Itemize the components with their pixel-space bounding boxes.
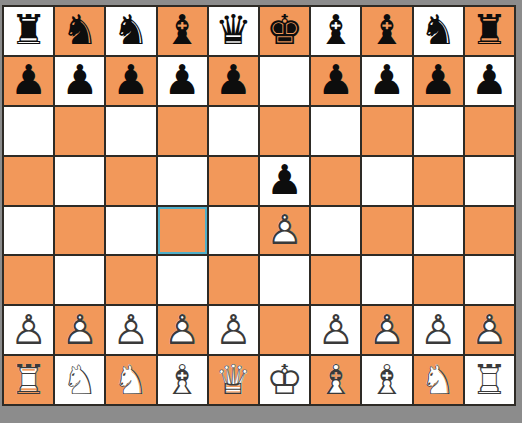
piece-white-bishop-outline: ♗ [362,356,411,404]
square-b7[interactable]: ♟ [55,57,104,105]
square-j5[interactable] [465,157,514,205]
square-g1[interactable]: ♝♗ [311,356,360,404]
piece-black-pawn: ♟ [260,157,309,205]
square-i3[interactable] [414,256,463,304]
piece-white-pawn-outline: ♙ [106,306,155,354]
square-i7[interactable]: ♟ [414,57,463,105]
square-g3[interactable] [311,256,360,304]
square-g8[interactable]: ♝ [311,7,360,55]
piece-white-rook: ♜♖ [4,356,53,404]
piece-black-rook-glyph: ♜ [471,10,508,51]
square-g2[interactable]: ♟♙ [311,306,360,354]
square-h5[interactable] [362,157,411,205]
piece-black-pawn-glyph: ♟ [317,60,354,101]
square-f4[interactable]: ♟♙ [260,207,309,255]
square-d2[interactable]: ♟♙ [158,306,207,354]
chess-board: ♜♞♞♝♛♚♝♝♞♜♟♟♟♟♟♟♟♟♟♟♟♙♟♙♟♙♟♙♟♙♟♙♟♙♟♙♟♙♟♙… [2,5,516,406]
square-j8[interactable]: ♜ [465,7,514,55]
square-i5[interactable] [414,157,463,205]
piece-white-bishop: ♝♗ [311,356,360,404]
piece-white-pawn: ♟♙ [209,306,258,354]
square-e1[interactable]: ♛♕ [209,356,258,404]
piece-black-bishop-glyph: ♝ [164,10,201,51]
piece-white-bishop-outline: ♗ [158,356,207,404]
square-e8[interactable]: ♛ [209,7,258,55]
piece-white-rook-outline: ♖ [4,356,53,404]
square-j6[interactable] [465,107,514,155]
square-g6[interactable] [311,107,360,155]
piece-black-rook: ♜ [4,7,53,55]
square-c1[interactable]: ♞♘ [106,356,155,404]
square-f7[interactable] [260,57,309,105]
board-frame: ♜♞♞♝♛♚♝♝♞♜♟♟♟♟♟♟♟♟♟♟♟♙♟♙♟♙♟♙♟♙♟♙♟♙♟♙♟♙♟♙… [0,0,522,423]
square-c5[interactable] [106,157,155,205]
square-i2[interactable]: ♟♙ [414,306,463,354]
square-e7[interactable]: ♟ [209,57,258,105]
square-b8[interactable]: ♞ [55,7,104,55]
piece-black-bishop: ♝ [362,7,411,55]
piece-black-pawn: ♟ [311,57,360,105]
piece-black-pawn-glyph: ♟ [215,60,252,101]
piece-black-bishop-glyph: ♝ [369,10,406,51]
piece-white-king-outline: ♔ [260,356,309,404]
piece-black-rook-glyph: ♜ [10,10,47,51]
piece-black-queen: ♛ [209,7,258,55]
piece-white-knight-outline: ♘ [414,356,463,404]
piece-white-knight-outline: ♘ [106,356,155,404]
piece-white-pawn: ♟♙ [311,306,360,354]
piece-white-pawn-outline: ♙ [362,306,411,354]
square-b4[interactable] [55,207,104,255]
square-a7[interactable]: ♟ [4,57,53,105]
square-a2[interactable]: ♟♙ [4,306,53,354]
piece-white-pawn-outline: ♙ [414,306,463,354]
square-d6[interactable] [158,107,207,155]
square-h7[interactable]: ♟ [362,57,411,105]
square-c8[interactable]: ♞ [106,7,155,55]
square-c6[interactable] [106,107,155,155]
piece-white-pawn: ♟♙ [106,306,155,354]
square-c3[interactable] [106,256,155,304]
square-d8[interactable]: ♝ [158,7,207,55]
piece-white-knight: ♞♘ [55,356,104,404]
piece-black-pawn: ♟ [106,57,155,105]
piece-black-pawn-glyph: ♟ [61,60,98,101]
square-d4[interactable] [158,207,207,255]
piece-white-pawn: ♟♙ [55,306,104,354]
piece-black-pawn-glyph: ♟ [266,160,303,201]
piece-white-pawn-outline: ♙ [55,306,104,354]
square-h3[interactable] [362,256,411,304]
square-i4[interactable] [414,207,463,255]
square-h1[interactable]: ♝♗ [362,356,411,404]
square-d5[interactable] [158,157,207,205]
square-e5[interactable] [209,157,258,205]
square-c2[interactable]: ♟♙ [106,306,155,354]
square-c4[interactable] [106,207,155,255]
square-a6[interactable] [4,107,53,155]
piece-white-king: ♚♔ [260,356,309,404]
piece-black-bishop-glyph: ♝ [317,10,354,51]
piece-black-knight-glyph: ♞ [61,10,98,51]
piece-black-bishop: ♝ [158,7,207,55]
square-e6[interactable] [209,107,258,155]
square-j2[interactable]: ♟♙ [465,306,514,354]
piece-black-king: ♚ [260,7,309,55]
square-g5[interactable] [311,157,360,205]
piece-black-pawn: ♟ [414,57,463,105]
square-f6[interactable] [260,107,309,155]
piece-black-pawn: ♟ [158,57,207,105]
square-a1[interactable]: ♜♖ [4,356,53,404]
piece-black-pawn-glyph: ♟ [471,60,508,101]
piece-white-pawn: ♟♙ [260,207,309,255]
square-b2[interactable]: ♟♙ [55,306,104,354]
square-d7[interactable]: ♟ [158,57,207,105]
piece-white-knight-outline: ♘ [55,356,104,404]
piece-black-pawn: ♟ [55,57,104,105]
piece-black-knight: ♞ [414,7,463,55]
piece-black-pawn-glyph: ♟ [164,60,201,101]
square-d1[interactable]: ♝♗ [158,356,207,404]
piece-white-pawn: ♟♙ [362,306,411,354]
square-h4[interactable] [362,207,411,255]
square-f3[interactable] [260,256,309,304]
square-j7[interactable]: ♟ [465,57,514,105]
piece-white-queen-outline: ♕ [209,356,258,404]
piece-black-pawn: ♟ [465,57,514,105]
piece-black-knight-glyph: ♞ [420,10,457,51]
piece-white-bishop: ♝♗ [158,356,207,404]
piece-black-knight: ♞ [106,7,155,55]
piece-black-pawn-glyph: ♟ [369,60,406,101]
square-b6[interactable] [55,107,104,155]
piece-white-pawn-outline: ♙ [260,207,309,255]
piece-black-pawn-glyph: ♟ [420,60,457,101]
square-e2[interactable]: ♟♙ [209,306,258,354]
square-f2[interactable] [260,306,309,354]
piece-black-knight: ♞ [55,7,104,55]
square-a5[interactable] [4,157,53,205]
piece-white-pawn-outline: ♙ [465,306,514,354]
piece-black-king-glyph: ♚ [266,10,303,51]
piece-black-bishop: ♝ [311,7,360,55]
piece-white-pawn: ♟♙ [465,306,514,354]
piece-white-pawn-outline: ♙ [209,306,258,354]
square-i1[interactable]: ♞♘ [414,356,463,404]
square-e4[interactable] [209,207,258,255]
piece-white-queen: ♛♕ [209,356,258,404]
piece-white-bishop-outline: ♗ [311,356,360,404]
square-h6[interactable] [362,107,411,155]
piece-white-bishop: ♝♗ [362,356,411,404]
piece-white-pawn: ♟♙ [158,306,207,354]
square-a3[interactable] [4,256,53,304]
square-e3[interactable] [209,256,258,304]
piece-black-pawn: ♟ [209,57,258,105]
square-h2[interactable]: ♟♙ [362,306,411,354]
square-d3[interactable] [158,256,207,304]
piece-black-rook: ♜ [465,7,514,55]
piece-white-pawn-outline: ♙ [158,306,207,354]
square-a4[interactable] [4,207,53,255]
piece-black-pawn: ♟ [362,57,411,105]
square-b3[interactable] [55,256,104,304]
piece-black-pawn-glyph: ♟ [10,60,47,101]
piece-white-pawn-outline: ♙ [311,306,360,354]
square-i8[interactable]: ♞ [414,7,463,55]
piece-white-pawn: ♟♙ [414,306,463,354]
square-b5[interactable] [55,157,104,205]
piece-black-queen-glyph: ♛ [215,10,252,51]
piece-white-knight: ♞♘ [414,356,463,404]
square-i6[interactable] [414,107,463,155]
piece-white-pawn-outline: ♙ [4,306,53,354]
piece-black-pawn-glyph: ♟ [113,60,150,101]
square-f1[interactable]: ♚♔ [260,356,309,404]
square-j4[interactable] [465,207,514,255]
piece-black-pawn: ♟ [4,57,53,105]
square-a8[interactable]: ♜ [4,7,53,55]
piece-white-knight: ♞♘ [106,356,155,404]
square-j3[interactable] [465,256,514,304]
square-g4[interactable] [311,207,360,255]
square-h8[interactable]: ♝ [362,7,411,55]
piece-white-rook-outline: ♖ [465,356,514,404]
piece-black-knight-glyph: ♞ [113,10,150,51]
piece-white-pawn: ♟♙ [4,306,53,354]
piece-white-rook: ♜♖ [465,356,514,404]
square-f8[interactable]: ♚ [260,7,309,55]
square-j1[interactable]: ♜♖ [465,356,514,404]
square-g7[interactable]: ♟ [311,57,360,105]
square-f5[interactable]: ♟ [260,157,309,205]
square-b1[interactable]: ♞♘ [55,356,104,404]
square-c7[interactable]: ♟ [106,57,155,105]
